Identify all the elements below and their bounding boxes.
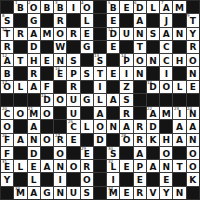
solution-letter: E	[123, 189, 129, 198]
cell-r12c13: O	[160, 147, 172, 159]
black-cell-r8c14	[173, 94, 185, 106]
cell-r4c13: C	[160, 41, 172, 53]
solution-letter: S	[97, 56, 103, 65]
black-cell-r9c11	[134, 107, 146, 119]
cell-r11c4: O	[41, 134, 53, 146]
cell-r11c13: H	[160, 134, 172, 146]
cell-r5c1: 12A	[1, 54, 13, 66]
cell-r3c10: U	[120, 28, 132, 40]
cell-r6c1: B	[1, 67, 13, 79]
black-cell-r8c2	[14, 94, 26, 106]
cell-r13c7: R	[81, 160, 93, 172]
black-cell-r12c2	[14, 147, 26, 159]
solution-letter: R	[57, 16, 64, 25]
solution-letter: A	[123, 123, 130, 132]
solution-letter: E	[84, 149, 90, 158]
cell-r1c9: 5B	[107, 1, 119, 13]
solution-letter: T	[190, 16, 196, 25]
cell-r2c5: R	[54, 14, 66, 26]
black-cell-r10c5	[54, 120, 66, 132]
cell-r13c12: A	[147, 160, 159, 172]
solution-letter: F	[4, 136, 10, 145]
solution-letter: E	[70, 136, 76, 145]
solution-letter: A	[176, 123, 183, 132]
cell-r5c3: H	[28, 54, 40, 66]
solution-letter: L	[177, 83, 183, 92]
solution-letter: M	[29, 109, 38, 118]
cell-r2c9: E	[107, 14, 119, 26]
solution-letter: D	[149, 123, 156, 132]
cell-r2c7: L	[81, 14, 93, 26]
black-cell-r12c6	[67, 147, 79, 159]
black-cell-r14c8	[94, 173, 106, 185]
cell-r7c13: O	[160, 81, 172, 93]
solution-letter: P	[70, 69, 77, 78]
cell-r11c5: 27R	[54, 134, 66, 146]
cell-r11c1: 26F	[1, 134, 13, 146]
black-cell-r2c4	[41, 14, 53, 26]
cell-r12c3: D	[28, 147, 40, 159]
solution-letter: R	[30, 69, 37, 78]
cell-r1c11: 6D	[134, 1, 146, 13]
cell-r3c5: O	[54, 28, 66, 40]
cell-r11c6: E	[67, 134, 79, 146]
solution-letter: N	[56, 56, 64, 65]
cell-r13c9: 32L	[107, 160, 119, 172]
cell-r1c14: M	[173, 1, 185, 13]
cell-r13c5: N	[54, 160, 66, 172]
solution-letter: T	[4, 30, 10, 39]
solution-letter: O	[56, 96, 64, 105]
solution-letter: U	[70, 189, 77, 198]
cell-r10c3: A	[28, 120, 40, 132]
solution-letter: D	[136, 3, 143, 12]
solution-letter: E	[84, 30, 90, 39]
cell-r3c9: 11D	[107, 28, 119, 40]
solution-letter: A	[17, 136, 24, 145]
solution-letter: B	[4, 69, 11, 78]
cell-r9c1: 20C	[1, 107, 13, 119]
solution-letter: F	[44, 83, 50, 92]
cell-r1c5: 3B	[54, 1, 66, 13]
cell-r5c14: H	[173, 54, 185, 66]
cell-r13c2: L	[14, 160, 26, 172]
cell-r1c3: 2O	[28, 1, 40, 13]
solution-letter: O	[3, 83, 11, 92]
solution-letter: K	[189, 176, 196, 185]
cell-r5c11: O	[134, 54, 146, 66]
cell-r4c3: D	[28, 41, 40, 53]
cell-r3c12: S	[147, 28, 159, 40]
black-cell-r2c14	[173, 14, 185, 26]
cell-r3c11: N	[134, 28, 146, 40]
solution-letter: F	[4, 149, 10, 158]
cell-r7c3: A	[28, 81, 40, 93]
cell-r8c8: L	[94, 94, 106, 106]
solution-letter: I	[98, 83, 101, 92]
solution-letter: A	[30, 83, 37, 92]
black-cell-r1c1	[1, 1, 13, 13]
black-cell-r14c6	[67, 173, 79, 185]
black-cell-r7c5	[54, 81, 66, 93]
solution-letter: R	[70, 30, 77, 39]
cell-r3c1: 10T	[1, 28, 13, 40]
solution-letter: D	[110, 30, 117, 39]
solution-letter: D	[30, 43, 37, 52]
cell-r13c15: O	[187, 160, 199, 172]
solution-letter: B	[57, 3, 64, 12]
solution-letter: I	[59, 176, 62, 185]
solution-letter: N	[163, 162, 171, 171]
black-cell-r12c10	[120, 147, 132, 159]
black-cell-r10c2	[14, 120, 26, 132]
cell-r3c2: R	[14, 28, 26, 40]
cell-r6c11: N	[134, 67, 146, 79]
solution-letter: E	[31, 162, 37, 171]
solution-letter: A	[110, 96, 117, 105]
solution-letter: R	[83, 162, 90, 171]
cell-r14c15: K	[187, 173, 199, 185]
cell-r13c6: O	[67, 160, 79, 172]
cell-r10c12: D	[147, 120, 159, 132]
black-cell-r4c8	[94, 41, 106, 53]
cell-r13c11: P	[134, 160, 146, 172]
cell-r4c5: W	[54, 41, 66, 53]
solution-letter: A	[189, 123, 196, 132]
solution-letter: L	[97, 96, 103, 105]
solution-letter: R	[136, 123, 143, 132]
solution-letter: C	[4, 109, 11, 118]
black-cell-r15c8	[94, 187, 106, 199]
solution-letter: C	[163, 43, 170, 52]
cell-r6c3: R	[28, 67, 40, 79]
cell-r13c3: E	[28, 160, 40, 172]
cell-r8c6: U	[67, 94, 79, 106]
solution-letter: N	[149, 56, 157, 65]
solution-letter: Y	[4, 176, 11, 185]
cell-r5c2: T	[14, 54, 26, 66]
solution-letter: O	[123, 136, 131, 145]
cell-r6c15: N	[187, 67, 199, 79]
cell-r10c14: A	[173, 120, 185, 132]
solution-letter: E	[123, 162, 129, 171]
solution-letter: B	[43, 3, 50, 12]
black-cell-r2c12	[147, 14, 159, 26]
cell-r11c11: R	[134, 134, 146, 146]
cell-r13c13: N	[160, 160, 172, 172]
solution-letter: J	[165, 16, 168, 25]
cell-r11c2: A	[14, 134, 26, 146]
solution-letter: D	[43, 96, 50, 105]
solution-letter: M	[175, 3, 184, 12]
solution-letter: O	[56, 30, 64, 39]
cell-r3c15: Y	[187, 28, 199, 40]
cell-r7c4: F	[41, 81, 53, 93]
solution-letter: U	[123, 30, 130, 39]
solution-letter: R	[136, 136, 143, 145]
cell-r5c13: C	[160, 54, 172, 66]
solution-letter: O	[70, 162, 78, 171]
solution-letter: G	[83, 96, 90, 105]
cell-r15c7: S	[81, 187, 93, 199]
black-cell-r2c8	[94, 14, 106, 26]
solution-letter: R	[17, 30, 24, 39]
cell-r2c15: 9T	[187, 14, 199, 26]
solution-letter: U	[70, 109, 77, 118]
cell-r4c1: R	[1, 41, 13, 53]
cell-r2c11: A	[134, 14, 146, 26]
solution-letter: T	[17, 56, 23, 65]
solution-letter: G	[83, 43, 90, 52]
solution-letter: H	[176, 56, 184, 65]
solution-letter: R	[70, 83, 77, 92]
black-cell-r6c4	[41, 67, 53, 79]
black-cell-r11c7	[81, 134, 93, 146]
cell-r3c14: N	[173, 28, 185, 40]
cell-r10c6: 25C	[67, 120, 79, 132]
black-cell-r8c1	[1, 94, 13, 106]
solution-letter: O	[96, 123, 104, 132]
cell-r5c4: E	[41, 54, 53, 66]
black-cell-r15c15	[187, 187, 199, 199]
black-cell-r6c14	[173, 67, 185, 79]
black-cell-r12c14	[173, 147, 185, 159]
solution-letter: R	[123, 109, 130, 118]
cell-r13c4: A	[41, 160, 53, 172]
solution-letter: A	[30, 30, 37, 39]
black-cell-r2c2	[14, 14, 26, 26]
solution-letter: I	[112, 176, 115, 185]
solution-letter: E	[110, 69, 116, 78]
solution-letter: M	[162, 109, 171, 118]
solution-letter: O	[189, 162, 197, 171]
cell-r15c5: N	[54, 187, 66, 199]
cell-r15c9: 34M	[107, 187, 119, 199]
cell-r10c1: O	[1, 120, 13, 132]
solution-letter: N	[136, 30, 144, 39]
black-cell-r6c12	[147, 67, 159, 79]
cell-r12c5: O	[54, 147, 66, 159]
solution-letter: N	[56, 162, 64, 171]
cell-r4c11: T	[134, 41, 146, 53]
black-cell-r12c8	[94, 147, 106, 159]
solution-letter: S	[4, 16, 10, 25]
cell-r6c10: I	[120, 67, 132, 79]
black-cell-r10c4	[41, 120, 53, 132]
cell-r2c1: 8S	[1, 14, 13, 26]
solution-letter: T	[97, 69, 103, 78]
cell-r1c13: 7A	[160, 1, 172, 13]
cell-r7c14: L	[173, 81, 185, 93]
solution-letter: O	[136, 56, 144, 65]
cell-r7c12: 18D	[147, 81, 159, 93]
solution-letter: I	[178, 109, 181, 118]
cell-r6c5: 16E	[54, 67, 66, 79]
cell-r3c3: A	[28, 28, 40, 40]
black-cell-r14c10	[120, 173, 132, 185]
solution-letter: M	[42, 30, 51, 39]
solution-letter: O	[162, 83, 170, 92]
cell-r11c8: D	[94, 134, 106, 146]
cell-r2c3: G	[28, 14, 40, 26]
solution-letter: O	[162, 149, 170, 158]
solution-letter: B	[17, 3, 24, 12]
cell-r5c10: 14P	[120, 54, 132, 66]
solution-letter: A	[97, 109, 104, 118]
cell-r11c14: A	[173, 134, 185, 146]
cell-r8c5: O	[54, 94, 66, 106]
solution-letter: H	[163, 136, 171, 145]
solution-letter: R	[57, 136, 64, 145]
cell-r10c10: A	[120, 120, 132, 132]
solution-letter: M	[109, 189, 118, 198]
cell-r6c7: S	[81, 67, 93, 79]
cell-r13c14: T	[173, 160, 185, 172]
cell-r15c14: N	[173, 187, 185, 199]
cell-r13c1: 31E	[1, 160, 13, 172]
solution-letter: O	[43, 136, 51, 145]
cell-r15c11: R	[134, 187, 146, 199]
cell-r5c5: N	[54, 54, 66, 66]
cell-r11c15: N	[187, 134, 199, 146]
black-cell-r11c9	[107, 134, 119, 146]
cell-r4c15: R	[187, 41, 199, 53]
solution-letter: A	[43, 162, 50, 171]
solution-letter: D	[149, 83, 156, 92]
black-cell-r8c13	[160, 94, 172, 106]
cell-r15c13: Y	[160, 187, 172, 199]
cell-r14c13: E	[160, 173, 172, 185]
solution-letter: G	[43, 189, 50, 198]
solution-letter: L	[150, 3, 156, 12]
solution-letter: A	[30, 189, 37, 198]
solution-letter: T	[177, 162, 183, 171]
black-cell-r10c13	[160, 120, 172, 132]
black-cell-r8c15	[187, 94, 199, 106]
solution-letter: L	[84, 16, 90, 25]
solution-letter: O	[17, 109, 25, 118]
cell-r7c10: Z	[120, 81, 132, 93]
solution-letter: B	[110, 3, 117, 12]
black-cell-r14c12	[147, 173, 159, 185]
cell-r15c3: A	[28, 187, 40, 199]
solution-letter: C	[163, 56, 170, 65]
solution-letter: O	[189, 56, 197, 65]
black-cell-r4c4	[41, 41, 53, 53]
solution-letter: H	[30, 56, 38, 65]
solution-letter: U	[70, 96, 77, 105]
cell-r7c6: R	[67, 81, 79, 93]
solution-letter: N	[56, 189, 64, 198]
cell-r1c4: B	[41, 1, 53, 13]
cell-r9c6: U	[67, 107, 79, 119]
cell-r6c6: P	[67, 67, 79, 79]
black-cell-r14c2	[14, 173, 26, 185]
cell-r15c6: U	[67, 187, 79, 199]
solution-letter: O	[30, 3, 38, 12]
cell-r14c5: I	[54, 173, 66, 185]
solution-letter: N	[109, 123, 117, 132]
black-cell-r1c8	[94, 1, 106, 13]
solution-letter: S	[83, 189, 89, 198]
cell-r11c10: 28O	[120, 134, 132, 146]
solution-letter: L	[18, 83, 24, 92]
solution-letter: S	[150, 30, 156, 39]
solution-letter: I	[72, 3, 75, 12]
solution-letter: E	[163, 176, 169, 185]
solution-letter: R	[4, 43, 11, 52]
black-cell-r4c10	[120, 41, 132, 53]
solution-letter: C	[70, 123, 77, 132]
cell-r12c11: A	[134, 147, 146, 159]
solution-letter: A	[150, 109, 157, 118]
solution-letter: R	[189, 43, 196, 52]
solution-letter: S	[70, 56, 76, 65]
solution-letter: L	[84, 123, 90, 132]
cell-r5c15: O	[187, 54, 199, 66]
black-cell-r6c2	[14, 67, 26, 79]
solution-letter: Y	[163, 189, 170, 198]
solution-letter: A	[30, 123, 37, 132]
solution-letter: N	[189, 109, 197, 118]
black-cell-r5c7	[81, 54, 93, 66]
solution-letter: L	[18, 162, 24, 171]
cell-r4c7: G	[81, 41, 93, 53]
cell-r7c1: 17O	[1, 81, 13, 93]
solution-letter: N	[189, 136, 197, 145]
black-cell-r1c15	[187, 1, 199, 13]
solution-letter: I	[125, 69, 128, 78]
solution-letter: E	[137, 176, 143, 185]
cell-r9c14: 23I	[173, 107, 185, 119]
black-cell-r9c5	[54, 107, 66, 119]
solution-letter: A	[136, 149, 143, 158]
cell-r13c10: E	[120, 160, 132, 172]
cell-r15c4: G	[41, 187, 53, 199]
black-cell-r4c2	[14, 41, 26, 53]
solution-letter: E	[57, 69, 63, 78]
cell-r14c9: I	[107, 173, 119, 185]
black-cell-r14c4	[41, 173, 53, 185]
black-cell-r4c6	[67, 41, 79, 53]
cell-r5c6: S	[67, 54, 79, 66]
cell-r9c2: O	[14, 107, 26, 119]
solution-letter: O	[83, 3, 91, 12]
cell-r10c7: L	[81, 120, 93, 132]
solution-letter: I	[165, 69, 168, 78]
cell-r1c10: E	[120, 1, 132, 13]
solution-letter: G	[30, 16, 37, 25]
cell-r1c6: I	[67, 1, 79, 13]
cell-r1c7: 4O	[81, 1, 93, 13]
solution-letter: A	[163, 3, 170, 12]
solution-letter: R	[136, 189, 143, 198]
solution-letter: E	[110, 43, 116, 52]
solution-letter: S	[83, 69, 89, 78]
black-cell-r2c10	[120, 14, 132, 26]
black-cell-r9c9	[107, 107, 119, 119]
solution-letter: E	[4, 162, 10, 171]
black-cell-r8c11	[134, 94, 146, 106]
cell-r7c15: E	[187, 81, 199, 93]
cell-r14c7: O	[81, 173, 93, 185]
black-cell-r9c7	[81, 107, 93, 119]
black-cell-r2c6	[67, 14, 79, 26]
cell-r10c15: A	[187, 120, 199, 132]
solution-letter: N	[136, 69, 144, 78]
solution-letter: N	[176, 30, 184, 39]
cell-r9c4: O	[41, 107, 53, 119]
